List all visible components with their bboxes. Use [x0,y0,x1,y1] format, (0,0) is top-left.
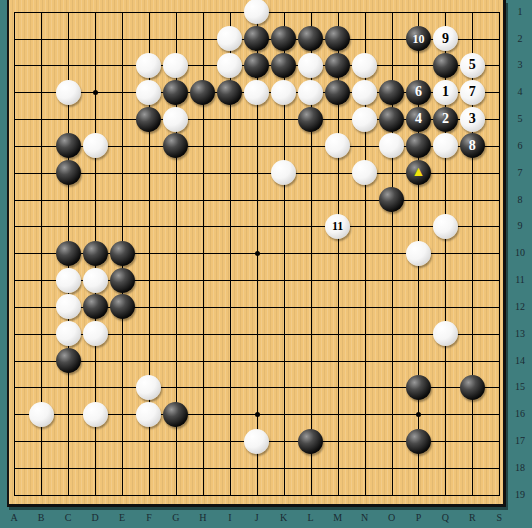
black-stone-P17[interactable] [406,429,431,454]
black-stone-H4[interactable] [190,80,215,105]
white-stone-D6[interactable] [83,133,108,158]
white-stone-B16[interactable] [29,402,54,427]
col-label-O: O [381,512,403,523]
col-label-J: J [246,512,268,523]
col-label-R: R [461,512,483,523]
white-stone-C11[interactable] [56,268,81,293]
white-stone-R5[interactable] [460,107,485,132]
col-label-I: I [219,512,241,523]
row-label-3: 3 [509,59,531,70]
col-label-K: K [273,512,295,523]
row-label-4: 4 [509,86,531,97]
white-stone-Q9[interactable] [433,214,458,239]
row-label-19: 19 [509,489,531,500]
col-label-Q: Q [434,512,456,523]
row-label-8: 8 [509,194,531,205]
col-label-A: A [3,512,25,523]
col-label-F: F [138,512,160,523]
black-stone-G16[interactable] [163,402,188,427]
white-stone-C4[interactable] [56,80,81,105]
black-stone-P15[interactable] [406,375,431,400]
black-stone-M3[interactable] [325,53,350,78]
white-stone-Q13[interactable] [433,321,458,346]
white-stone-Q4[interactable] [433,80,458,105]
white-stone-D11[interactable] [83,268,108,293]
white-stone-C12[interactable] [56,294,81,319]
black-stone-I4[interactable] [217,80,242,105]
grid-hline-14 [14,361,500,362]
col-label-L: L [300,512,322,523]
black-stone-E11[interactable] [110,268,135,293]
star-point-J16 [255,412,260,417]
white-stone-J4[interactable] [244,80,269,105]
row-label-5: 5 [509,113,531,124]
col-label-G: G [165,512,187,523]
col-label-H: H [192,512,214,523]
black-stone-R15[interactable] [460,375,485,400]
row-label-6: 6 [509,140,531,151]
white-stone-G5[interactable] [163,107,188,132]
white-stone-R4[interactable] [460,80,485,105]
col-label-S: S [488,512,510,523]
white-stone-D16[interactable] [83,402,108,427]
row-label-18: 18 [509,462,531,473]
black-stone-L17[interactable] [298,429,323,454]
black-stone-E10[interactable] [110,241,135,266]
grid-hline-18 [14,468,500,469]
row-label-10: 10 [509,247,531,258]
black-stone-P5[interactable] [406,107,431,132]
col-label-B: B [30,512,52,523]
black-stone-E12[interactable] [110,294,135,319]
row-label-9: 9 [509,220,531,231]
white-stone-C13[interactable] [56,321,81,346]
row-label-14: 14 [509,355,531,366]
black-stone-C7[interactable] [56,160,81,185]
col-label-N: N [354,512,376,523]
black-stone-O5[interactable] [379,107,404,132]
row-label-7: 7 [509,167,531,178]
black-stone-P2[interactable] [406,26,431,51]
white-stone-R3[interactable] [460,53,485,78]
go-diagram: 1234567891011▲ABCDEFGHIJKLMNOPQRS1234567… [0,0,532,528]
white-stone-L3[interactable] [298,53,323,78]
black-stone-D10[interactable] [83,241,108,266]
white-stone-J17[interactable] [244,429,269,454]
row-label-17: 17 [509,435,531,446]
col-label-C: C [57,512,79,523]
black-stone-O8[interactable] [379,187,404,212]
row-label-2: 2 [509,33,531,44]
black-stone-C6[interactable] [56,133,81,158]
col-label-M: M [327,512,349,523]
white-stone-P10[interactable] [406,241,431,266]
white-stone-K4[interactable] [271,80,296,105]
white-stone-N3[interactable] [352,53,377,78]
col-label-E: E [111,512,133,523]
black-stone-L5[interactable] [298,107,323,132]
black-stone-Q3[interactable] [433,53,458,78]
black-stone-F5[interactable] [136,107,161,132]
white-stone-Q2[interactable] [433,26,458,51]
white-stone-M9[interactable] [325,214,350,239]
white-stone-D13[interactable] [83,321,108,346]
black-stone-K3[interactable] [271,53,296,78]
black-stone-O4[interactable] [379,80,404,105]
row-label-11: 11 [509,274,531,285]
black-stone-P4[interactable] [406,80,431,105]
col-label-D: D [84,512,106,523]
row-label-16: 16 [509,408,531,419]
black-stone-D12[interactable] [83,294,108,319]
row-label-15: 15 [509,381,531,392]
row-label-12: 12 [509,301,531,312]
white-stone-N4[interactable] [352,80,377,105]
black-stone-Q5[interactable] [433,107,458,132]
white-stone-L4[interactable] [298,80,323,105]
white-stone-N5[interactable] [352,107,377,132]
row-label-13: 13 [509,328,531,339]
grid-hline-19 [14,495,500,496]
black-stone-C14[interactable] [56,348,81,373]
black-stone-M4[interactable] [325,80,350,105]
black-stone-C10[interactable] [56,241,81,266]
col-label-P: P [407,512,429,523]
grid-vline-S [499,12,500,496]
row-label-1: 1 [509,6,531,17]
